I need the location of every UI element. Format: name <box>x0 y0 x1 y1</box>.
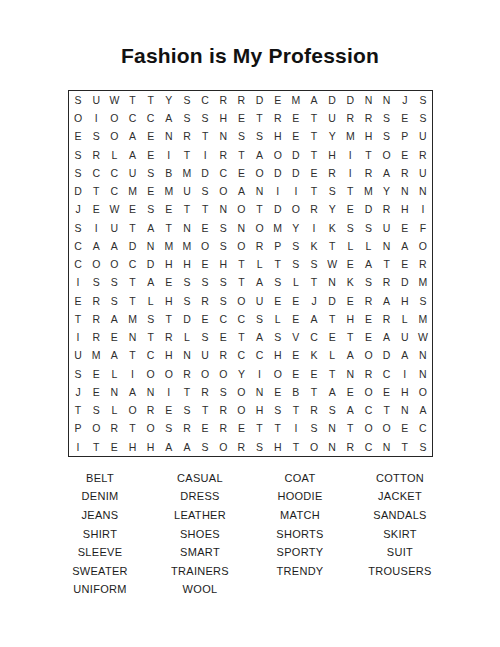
grid-cell: S <box>160 420 178 438</box>
grid-cell: N <box>414 347 432 365</box>
grid-cell: S <box>214 292 232 310</box>
grid-cell: O <box>232 201 250 219</box>
grid-cell: R <box>196 383 214 401</box>
grid-cell: R <box>105 420 123 438</box>
grid-cell: L <box>105 401 123 419</box>
grid-cell: E <box>269 383 287 401</box>
grid-cell: E <box>323 328 341 346</box>
grid-cell: H <box>269 347 287 365</box>
grid-cell: E <box>105 438 123 456</box>
grid-cell: S <box>178 109 196 127</box>
grid-cell: T <box>196 128 214 146</box>
grid-cell: J <box>305 292 323 310</box>
grid-cell: N <box>378 438 396 456</box>
grid-cell: D <box>196 164 214 182</box>
grid-cell: D <box>123 237 141 255</box>
grid-cell: A <box>123 128 141 146</box>
word-list-item: SANDALS <box>350 506 450 525</box>
grid-cell: S <box>269 401 287 419</box>
grid-cell: M <box>178 237 196 255</box>
grid-cell: R <box>378 274 396 292</box>
grid-cell: S <box>287 255 305 273</box>
grid-cell: T <box>232 255 250 273</box>
grid-cell: E <box>142 146 160 164</box>
grid-cell: R <box>414 255 432 273</box>
puzzle-title: Fashion is My Profession <box>0 44 500 68</box>
word-list-item: TROUSERS <box>350 562 450 581</box>
grid-cell: N <box>323 420 341 438</box>
grid-cell: E <box>305 365 323 383</box>
grid-cell: E <box>69 292 87 310</box>
grid-cell: T <box>269 255 287 273</box>
grid-cell: C <box>69 255 87 273</box>
grid-cell: U <box>178 182 196 200</box>
grid-cell: S <box>214 219 232 237</box>
grid-cell: C <box>359 401 377 419</box>
grid-cell: N <box>214 201 232 219</box>
grid-cell: C <box>250 347 268 365</box>
grid-cell: R <box>214 146 232 164</box>
grid-cell: T <box>323 237 341 255</box>
grid-cell: Y <box>160 91 178 109</box>
grid-cell: M <box>269 219 287 237</box>
grid-cell: F <box>414 219 432 237</box>
grid-cell: O <box>142 365 160 383</box>
grid-cell: H <box>214 255 232 273</box>
grid-cell: O <box>214 438 232 456</box>
word-list-item: SPORTY <box>250 543 350 562</box>
grid-cell: R <box>396 164 414 182</box>
grid-cell: E <box>196 420 214 438</box>
grid-cell: U <box>414 128 432 146</box>
grid-cell: E <box>341 383 359 401</box>
grid-cell: E <box>269 91 287 109</box>
grid-cell: H <box>269 438 287 456</box>
word-list-item: CASUAL <box>150 469 250 488</box>
grid-cell: S <box>178 91 196 109</box>
grid-cell: S <box>414 91 432 109</box>
grid-cell: I <box>160 146 178 164</box>
grid-cell: I <box>69 328 87 346</box>
grid-cell: C <box>232 310 250 328</box>
grid-cell: A <box>250 146 268 164</box>
grid-cell: T <box>305 383 323 401</box>
grid-cell: O <box>359 383 377 401</box>
grid-cell: E <box>287 292 305 310</box>
grid-cell: A <box>178 438 196 456</box>
grid-cell: M <box>160 182 178 200</box>
grid-cell: O <box>414 237 432 255</box>
grid-cell: A <box>359 255 377 273</box>
grid-cell: T <box>196 401 214 419</box>
grid-cell: T <box>305 274 323 292</box>
grid-cell: A <box>123 383 141 401</box>
grid-cell: E <box>396 219 414 237</box>
grid-cell: R <box>414 146 432 164</box>
word-list-item: LEATHER <box>150 506 250 525</box>
grid-cell: I <box>196 146 214 164</box>
grid-cell: T <box>87 182 105 200</box>
grid-cell: C <box>378 365 396 383</box>
grid-cell: U <box>123 164 141 182</box>
grid-cell: T <box>123 91 141 109</box>
grid-cell: N <box>178 347 196 365</box>
grid-cell: E <box>396 255 414 273</box>
grid-cell: O <box>232 401 250 419</box>
grid-cell: A <box>160 109 178 127</box>
grid-cell: A <box>396 237 414 255</box>
grid-cell: N <box>378 91 396 109</box>
grid-cell: S <box>105 274 123 292</box>
grid-cell: O <box>378 146 396 164</box>
word-list-item: UNIFORM <box>50 581 150 600</box>
grid-cell: T <box>123 420 141 438</box>
grid-cell: W <box>105 201 123 219</box>
word-list-item: SHIRT <box>50 525 150 544</box>
grid-cell: P <box>69 420 87 438</box>
grid-cell: L <box>250 255 268 273</box>
grid-cell: E <box>196 255 214 273</box>
grid-cell: H <box>160 255 178 273</box>
grid-cell: S <box>87 274 105 292</box>
grid-cell: S <box>69 146 87 164</box>
grid-cell: O <box>232 292 250 310</box>
grid-cell: E <box>341 201 359 219</box>
grid-cell: L <box>341 237 359 255</box>
grid-cell: E <box>160 201 178 219</box>
grid-cell: R <box>214 91 232 109</box>
grid-cell: S <box>142 310 160 328</box>
grid-cell: H <box>142 438 160 456</box>
grid-cell: E <box>287 365 305 383</box>
grid-cell: L <box>178 328 196 346</box>
grid-cell: R <box>323 164 341 182</box>
grid-cell: S <box>414 438 432 456</box>
grid-cell: N <box>214 128 232 146</box>
grid-cell: C <box>142 347 160 365</box>
grid-cell: R <box>341 438 359 456</box>
grid-cell: A <box>105 237 123 255</box>
word-list-item: SHORTS <box>250 525 350 544</box>
grid-cell: T <box>142 328 160 346</box>
word-list-item: SMART <box>150 543 250 562</box>
grid-cell: R <box>87 292 105 310</box>
grid-cell: S <box>196 274 214 292</box>
grid-cell: N <box>378 237 396 255</box>
grid-cell: E <box>87 365 105 383</box>
grid-cell: E <box>359 328 377 346</box>
word-list-item: TRENDY <box>250 562 350 581</box>
grid-cell: O <box>232 237 250 255</box>
grid-cell: S <box>250 128 268 146</box>
grid-cell: I <box>414 201 432 219</box>
grid-cell: R <box>305 201 323 219</box>
grid-cell: R <box>214 420 232 438</box>
grid-cell: H <box>341 310 359 328</box>
grid-cell: D <box>69 182 87 200</box>
grid-cell: O <box>87 255 105 273</box>
grid-cell: R <box>196 292 214 310</box>
grid-cell: E <box>160 274 178 292</box>
grid-cell: T <box>396 438 414 456</box>
grid-cell: E <box>87 383 105 401</box>
grid-cell: O <box>359 347 377 365</box>
grid-cell: I <box>269 182 287 200</box>
grid-cell: T <box>269 420 287 438</box>
grid-cell: O <box>105 128 123 146</box>
grid-cell: H <box>250 401 268 419</box>
grid-cell: L <box>287 274 305 292</box>
grid-cell: E <box>287 128 305 146</box>
grid-cell: T <box>378 401 396 419</box>
grid-cell: T <box>378 255 396 273</box>
grid-cell: O <box>269 146 287 164</box>
grid-cell: O <box>160 365 178 383</box>
grid-cell: L <box>142 292 160 310</box>
grid-cell: A <box>250 274 268 292</box>
grid-cell: N <box>323 274 341 292</box>
grid-cell: S <box>178 401 196 419</box>
grid-cell: D <box>287 164 305 182</box>
grid-cell: A <box>341 347 359 365</box>
grid-cell: L <box>359 237 377 255</box>
grid-cell: I <box>305 219 323 237</box>
grid-cell: A <box>142 274 160 292</box>
grid-cell: E <box>341 255 359 273</box>
grid-cell: M <box>359 182 377 200</box>
grid-cell: M <box>341 128 359 146</box>
grid-cell: C <box>105 164 123 182</box>
grid-cell: N <box>142 383 160 401</box>
grid-cell: T <box>323 365 341 383</box>
grid-cell: T <box>305 128 323 146</box>
grid-cell: T <box>232 146 250 164</box>
grid-cell: Y <box>323 128 341 146</box>
grid-cell: S <box>214 274 232 292</box>
grid-cell: A <box>87 237 105 255</box>
grid-cell: M <box>414 310 432 328</box>
grid-cell: I <box>160 383 178 401</box>
grid-cell: T <box>232 328 250 346</box>
grid-cell: T <box>305 146 323 164</box>
grid-cell: S <box>269 274 287 292</box>
word-list-item: DRESS <box>150 488 250 507</box>
grid-cell: E <box>87 201 105 219</box>
grid-cell: A <box>414 401 432 419</box>
grid-cell: M <box>178 164 196 182</box>
grid-cell: N <box>105 383 123 401</box>
grid-cell: M <box>87 347 105 365</box>
grid-cell: T <box>123 219 141 237</box>
word-list-item: JEANS <box>50 506 150 525</box>
grid-cell: U <box>378 219 396 237</box>
grid-cell: S <box>142 164 160 182</box>
grid-cell: D <box>269 164 287 182</box>
grid-cell: N <box>323 438 341 456</box>
grid-cell: I <box>87 109 105 127</box>
grid-cell: O <box>214 182 232 200</box>
grid-cell: R <box>359 109 377 127</box>
grid-cell: S <box>196 438 214 456</box>
grid-cell: S <box>414 109 432 127</box>
grid-cell: J <box>69 383 87 401</box>
grid-cell: T <box>87 438 105 456</box>
grid-cell: H <box>359 128 377 146</box>
word-list-item: SHOES <box>150 525 250 544</box>
grid-cell: C <box>305 328 323 346</box>
grid-cell: M <box>123 182 141 200</box>
grid-cell: T <box>178 383 196 401</box>
grid-cell: T <box>305 109 323 127</box>
grid-cell: M <box>123 310 141 328</box>
word-list-item: DENIM <box>50 488 150 507</box>
grid-cell: I <box>341 146 359 164</box>
grid-cell: E <box>142 182 160 200</box>
grid-cell: O <box>378 420 396 438</box>
grid-cell: R <box>232 438 250 456</box>
grid-cell: J <box>396 91 414 109</box>
grid-cell: L <box>396 310 414 328</box>
grid-cell: S <box>250 438 268 456</box>
grid-cell: Y <box>232 365 250 383</box>
grid-cell: I <box>69 274 87 292</box>
grid-cell: A <box>250 328 268 346</box>
grid-cell: R <box>87 328 105 346</box>
grid-cell: E <box>359 310 377 328</box>
grid-cell: S <box>323 182 341 200</box>
grid-cell: O <box>196 365 214 383</box>
grid-cell: D <box>269 201 287 219</box>
grid-cell: T <box>341 182 359 200</box>
grid-cell: A <box>123 146 141 164</box>
grid-cell: A <box>105 310 123 328</box>
grid-cell: H <box>396 383 414 401</box>
word-list: BELTDENIMJEANSSHIRTSLEEVESWEATERUNIFORMC… <box>50 469 450 599</box>
grid-cell: K <box>305 347 323 365</box>
grid-cell: D <box>323 91 341 109</box>
grid-cell: E <box>378 383 396 401</box>
grid-cell: R <box>178 128 196 146</box>
grid-cell: Y <box>323 201 341 219</box>
grid-cell: O <box>305 438 323 456</box>
grid-cell: A <box>378 292 396 310</box>
grid-cell: S <box>287 237 305 255</box>
word-list-item: SKIRT <box>350 525 450 544</box>
grid-cell: R <box>214 347 232 365</box>
grid-cell: Y <box>287 219 305 237</box>
grid-cell: R <box>250 237 268 255</box>
grid-cell: D <box>178 310 196 328</box>
grid-cell: H <box>160 347 178 365</box>
grid-cell: N <box>232 219 250 237</box>
grid-cell: O <box>287 201 305 219</box>
grid-cell: S <box>341 219 359 237</box>
grid-cell: I <box>69 438 87 456</box>
grid-cell: D <box>341 91 359 109</box>
grid-cell: T <box>341 328 359 346</box>
grid-cell: E <box>232 109 250 127</box>
grid-cell: O <box>250 164 268 182</box>
grid-cell: O <box>123 401 141 419</box>
grid-cell: U <box>69 347 87 365</box>
grid-cell: O <box>269 365 287 383</box>
grid-cell: N <box>359 91 377 109</box>
grid-cell: K <box>341 274 359 292</box>
word-list-item: MATCH <box>250 506 350 525</box>
grid-cell: D <box>378 347 396 365</box>
word-list-item: TRAINERS <box>150 562 250 581</box>
grid-cell: E <box>396 109 414 127</box>
grid-cell: E <box>287 310 305 328</box>
grid-cell: D <box>142 255 160 273</box>
grid-cell: T <box>232 274 250 292</box>
grid-cell: A <box>305 91 323 109</box>
grid-cell: I <box>341 164 359 182</box>
grid-cell: O <box>105 109 123 127</box>
word-search-grid: SUWTTYSCRRDEMADDNNJSOIOCCASSHETRETURRSES… <box>68 90 433 457</box>
grid-cell: M <box>287 91 305 109</box>
grid-cell: I <box>287 182 305 200</box>
grid-cell: O <box>142 420 160 438</box>
grid-cell: S <box>323 401 341 419</box>
grid-cell: A <box>232 182 250 200</box>
grid-cell: S <box>196 328 214 346</box>
grid-cell: N <box>178 219 196 237</box>
grid-cell: N <box>142 237 160 255</box>
grid-cell: D <box>396 274 414 292</box>
grid-cell: C <box>414 420 432 438</box>
grid-cell: U <box>396 328 414 346</box>
word-list-item: COTTON <box>350 469 450 488</box>
grid-cell: O <box>414 383 432 401</box>
grid-cell: D <box>250 91 268 109</box>
grid-cell: O <box>196 237 214 255</box>
grid-cell: T <box>341 420 359 438</box>
grid-cell: H <box>396 201 414 219</box>
grid-cell: T <box>160 310 178 328</box>
grid-cell: B <box>160 164 178 182</box>
grid-cell: E <box>287 347 305 365</box>
grid-cell: A <box>160 438 178 456</box>
grid-cell: L <box>105 146 123 164</box>
grid-cell: K <box>323 219 341 237</box>
grid-cell: S <box>214 383 232 401</box>
grid-cell: U <box>250 292 268 310</box>
grid-cell: V <box>287 328 305 346</box>
grid-cell: T <box>250 201 268 219</box>
grid-cell: O <box>105 255 123 273</box>
grid-cell: T <box>250 109 268 127</box>
grid-cell: R <box>160 328 178 346</box>
grid-cell: A <box>142 219 160 237</box>
grid-cell: R <box>305 401 323 419</box>
grid-cell: N <box>341 365 359 383</box>
grid-cell: N <box>396 182 414 200</box>
grid-cell: S <box>305 420 323 438</box>
grid-cell: S <box>414 292 432 310</box>
grid-cell: O <box>250 219 268 237</box>
grid-cell: T <box>69 401 87 419</box>
grid-cell: Y <box>378 182 396 200</box>
grid-cell: R <box>341 109 359 127</box>
word-list-item: SWEATER <box>50 562 150 581</box>
word-list-item: SUIT <box>350 543 450 562</box>
grid-cell: R <box>214 401 232 419</box>
grid-cell: I <box>396 365 414 383</box>
grid-cell: S <box>105 292 123 310</box>
grid-cell: L <box>105 365 123 383</box>
grid-cell: U <box>414 164 432 182</box>
